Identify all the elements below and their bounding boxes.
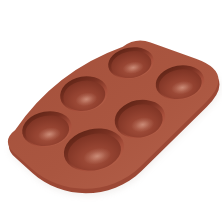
baking-mold-illustration [0, 0, 222, 222]
product-photo [0, 0, 222, 222]
